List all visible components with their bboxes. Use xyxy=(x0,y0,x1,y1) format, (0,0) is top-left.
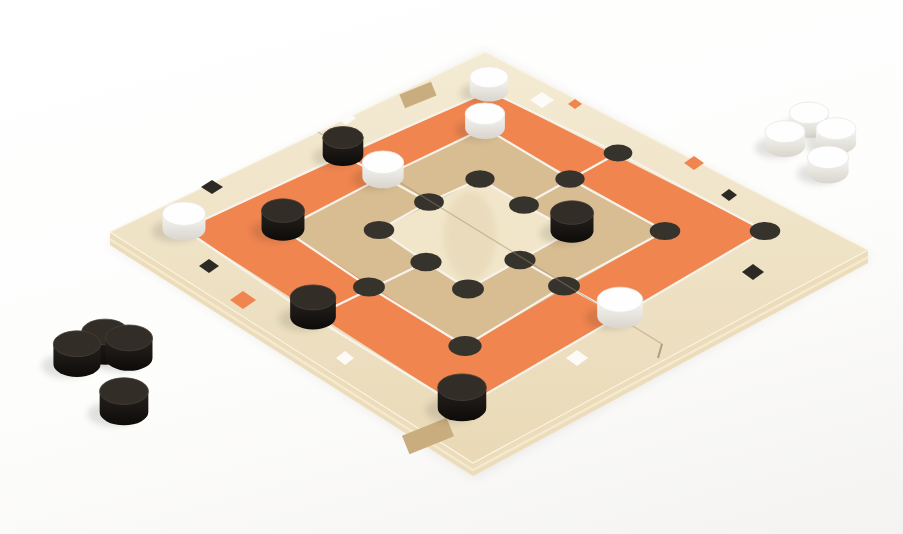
wood-grain xyxy=(444,192,496,280)
point-e4[interactable] xyxy=(504,251,535,270)
point-e3[interactable] xyxy=(452,280,484,299)
point-c3[interactable] xyxy=(364,221,394,239)
point-c5[interactable] xyxy=(465,170,494,187)
point-d5[interactable] xyxy=(509,196,539,214)
black-piece-reserve-3[interactable] xyxy=(87,378,148,427)
point-c4[interactable] xyxy=(414,193,444,211)
point-f6[interactable] xyxy=(650,222,681,240)
white-piece-reserve-6[interactable] xyxy=(755,121,806,159)
point-d7[interactable] xyxy=(604,144,633,161)
point-f4[interactable] xyxy=(548,277,580,296)
point-d2[interactable] xyxy=(353,278,385,297)
white-piece-reserve-7[interactable] xyxy=(797,146,849,185)
black-piece-reserve-2[interactable] xyxy=(41,331,100,378)
morris-board xyxy=(0,0,903,534)
product-photo-scene xyxy=(0,0,903,534)
point-d3[interactable] xyxy=(410,253,441,272)
point-g7[interactable] xyxy=(750,222,781,240)
point-d6[interactable] xyxy=(555,170,584,187)
point-f2[interactable] xyxy=(448,336,481,356)
